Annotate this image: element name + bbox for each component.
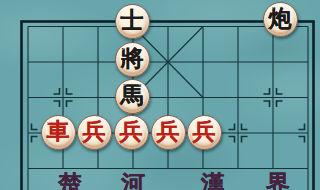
- red-soldier-label: 兵: [83, 120, 106, 143]
- red-soldier-label: 兵: [157, 120, 180, 143]
- river-label: 漢: [201, 172, 225, 190]
- red-soldier[interactable]: 兵: [151, 115, 186, 150]
- red-chariot[interactable]: 車: [41, 115, 76, 150]
- red-soldier[interactable]: 兵: [77, 115, 112, 150]
- black-horse-label: 馬: [121, 84, 144, 107]
- red-soldier-label: 兵: [120, 120, 143, 143]
- black-cannon[interactable]: 炮: [263, 2, 298, 37]
- red-soldier[interactable]: 兵: [114, 115, 149, 150]
- black-general-label: 將: [121, 47, 144, 70]
- river-label: 河: [121, 172, 145, 190]
- red-soldier[interactable]: 兵: [187, 115, 222, 150]
- black-advisor-label: 士: [121, 9, 144, 32]
- black-general[interactable]: 將: [115, 42, 150, 77]
- black-horse[interactable]: 馬: [115, 79, 150, 114]
- red-chariot-label: 車: [47, 120, 70, 143]
- red-soldier-label: 兵: [193, 120, 216, 143]
- xiangqi-board[interactable]: 士炮將馬車兵兵兵兵 楚河漢界: [0, 0, 320, 190]
- river-label: 界: [266, 172, 290, 190]
- black-advisor[interactable]: 士: [115, 4, 150, 39]
- black-cannon-label: 炮: [269, 7, 292, 30]
- river-label: 楚: [58, 172, 82, 190]
